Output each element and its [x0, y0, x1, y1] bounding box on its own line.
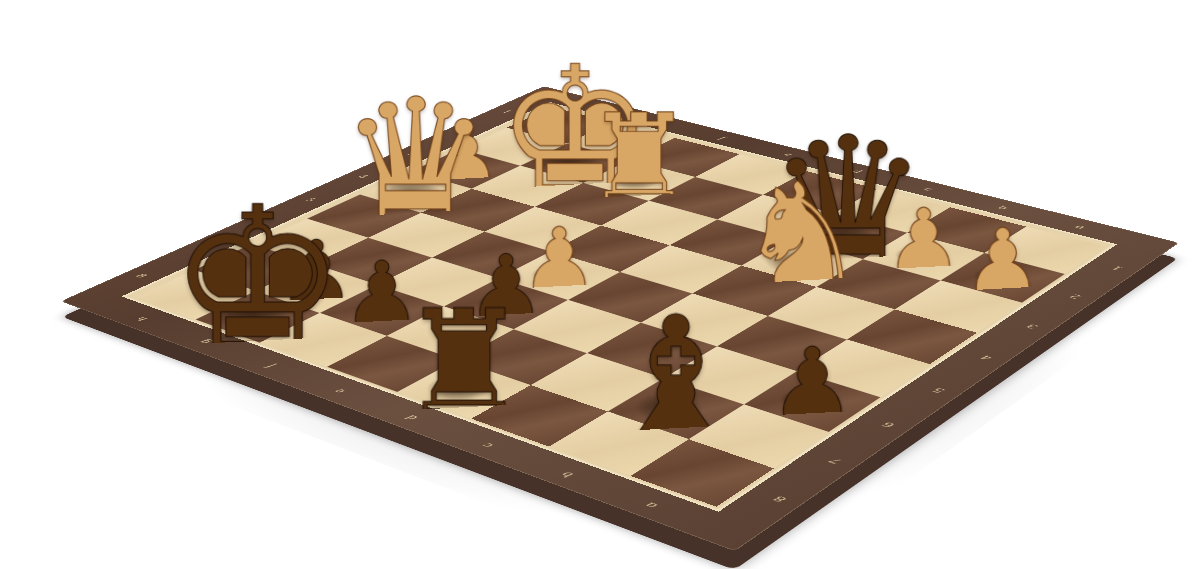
board-inlay: ♚♜♛♟♟♟♞♛♟♟♟♟♟♝♚♜	[122, 102, 1118, 512]
square-a2[interactable]: ♟	[941, 253, 1065, 303]
square-g8[interactable]: ♚	[196, 291, 320, 343]
board-frame: ♚♜♛♟♟♟♞♛♟♟♟♟♟♝♚♜ hhggffeeddccbbaa1122334…	[61, 86, 1180, 551]
chess-photo-scene: ♚♜♛♟♟♟♞♛♟♟♟♟♟♝♚♜ hhggffeeddccbbaa1122334…	[0, 0, 1200, 569]
board-3d: ♚♜♛♟♟♟♞♛♟♟♟♟♟♝♚♜ hhggffeeddccbbaa1122334…	[61, 86, 1180, 551]
board-grid: ♚♜♛♟♟♟♞♛♟♟♟♟♟♝♚♜	[134, 107, 1106, 507]
white-pawn-glyph: ♟	[870, 221, 1136, 302]
perspective-scene: ♚♜♛♟♟♟♞♛♟♟♟♟♟♝♚♜ hhggffeeddccbbaa1122334…	[0, 0, 1200, 569]
